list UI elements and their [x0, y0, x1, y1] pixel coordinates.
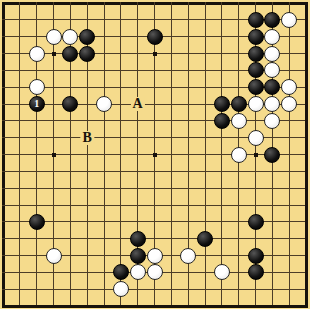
stone-black: [231, 96, 247, 112]
board-edge-line: [305, 2, 308, 308]
star-point: [254, 153, 258, 157]
stone-white: [214, 264, 230, 280]
stone-white: [96, 96, 112, 112]
stone-white: [231, 147, 247, 163]
grid-line: [2, 188, 308, 189]
stone-white: [281, 96, 297, 112]
stone-white: [147, 264, 163, 280]
stone-white: [46, 29, 62, 45]
stone-black: [62, 46, 78, 62]
stone-black: [248, 214, 264, 230]
stone-white: [29, 46, 45, 62]
stone-black: [214, 96, 230, 112]
stone-white: [29, 79, 45, 95]
point-label-a: A: [131, 97, 145, 111]
grid-line: [205, 2, 206, 308]
stone-black: [248, 264, 264, 280]
stone-black: [147, 29, 163, 45]
stone-black: [79, 29, 95, 45]
stone-black: [264, 79, 280, 95]
star-point: [52, 153, 56, 157]
stone-black: [214, 113, 230, 129]
stone-white: [62, 29, 78, 45]
stone-black: [113, 264, 129, 280]
star-point: [52, 52, 56, 56]
star-point: [153, 153, 157, 157]
stone-black: [264, 147, 280, 163]
stone-black: [130, 231, 146, 247]
grid-line: [2, 205, 308, 206]
stone-white: [264, 46, 280, 62]
stone-black: [248, 12, 264, 28]
grid-line: [289, 2, 290, 308]
grid-line: [2, 171, 308, 172]
stone-white: [264, 113, 280, 129]
stone-white: [281, 79, 297, 95]
grid-line: [2, 238, 308, 239]
stone-white: [130, 264, 146, 280]
stone-black: [248, 29, 264, 45]
stone-white: [264, 62, 280, 78]
stone-black-numbered: 1: [29, 96, 45, 112]
board-edge-line: [2, 305, 308, 308]
stone-black: [248, 248, 264, 264]
grid-line: [171, 2, 172, 308]
stone-black: [248, 62, 264, 78]
stone-white: [231, 113, 247, 129]
stone-black: [248, 79, 264, 95]
stone-white: [180, 248, 196, 264]
stone-white: [248, 96, 264, 112]
stone-black: [29, 214, 45, 230]
stone-white: [264, 29, 280, 45]
stone-white: [264, 96, 280, 112]
grid-line: [2, 289, 308, 290]
grid-line: [221, 2, 222, 308]
stone-white: [46, 248, 62, 264]
stone-white: [248, 130, 264, 146]
go-board: 1AB: [0, 0, 310, 309]
stone-white: [147, 248, 163, 264]
stone-black: [197, 231, 213, 247]
point-label-b: B: [80, 131, 93, 145]
stone-black: [79, 46, 95, 62]
move-number-label: 1: [34, 99, 39, 109]
stone-black: [62, 96, 78, 112]
stone-black: [248, 46, 264, 62]
stone-black: [264, 12, 280, 28]
stone-black: [130, 248, 146, 264]
stone-white: [281, 12, 297, 28]
stone-white: [113, 281, 129, 297]
star-point: [153, 52, 157, 56]
